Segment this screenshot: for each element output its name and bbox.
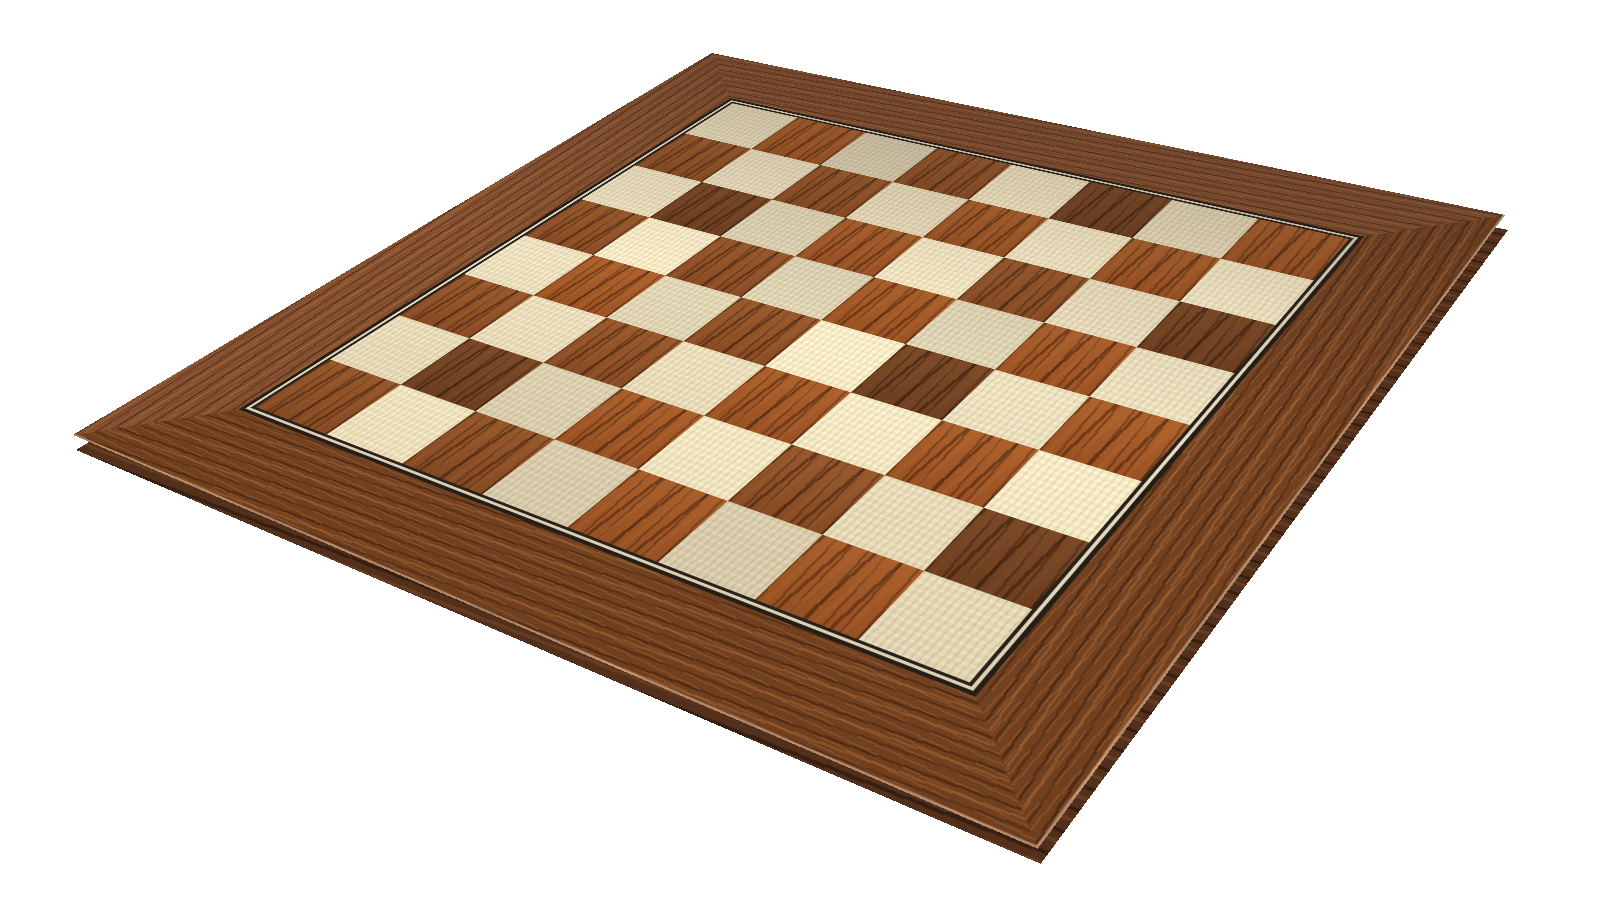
chess-board: [73, 53, 1505, 849]
product-photo-stage: [0, 0, 1600, 900]
